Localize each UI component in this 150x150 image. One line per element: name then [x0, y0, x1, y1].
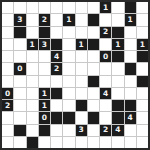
empty-cell-r10c5[interactable] [63, 125, 74, 136]
clue-cell-r2c8: 2 [100, 27, 111, 38]
clue-cell-r1c1: 3 [14, 14, 25, 25]
empty-cell-r1c9[interactable] [112, 14, 123, 25]
empty-cell-r5c11[interactable] [137, 63, 148, 74]
empty-cell-r10c2[interactable] [27, 125, 38, 136]
black-cell-r7c4 [51, 88, 62, 99]
empty-cell-r9c11[interactable] [137, 112, 148, 123]
black-cell-r8c6 [76, 100, 87, 111]
empty-cell-r4c3[interactable] [39, 51, 50, 62]
empty-cell-r9c6[interactable] [76, 112, 87, 123]
empty-cell-r2c6[interactable] [76, 27, 87, 38]
black-cell-r8c10 [125, 100, 136, 111]
clue-cell-r10c8: 2 [100, 125, 111, 136]
empty-cell-r9c0[interactable] [2, 112, 13, 123]
empty-cell-r9c8[interactable] [100, 112, 111, 123]
black-cell-r1c7 [88, 14, 99, 25]
clue-cell-r4c8: 0 [100, 51, 111, 62]
empty-cell-r0c1[interactable] [14, 2, 25, 13]
empty-cell-r8c5[interactable] [63, 100, 74, 111]
empty-cell-r5c0[interactable] [2, 63, 13, 74]
clue-cell-r5c1: 0 [14, 63, 25, 74]
empty-cell-r10c0[interactable] [2, 125, 13, 136]
empty-cell-r1c8[interactable] [100, 14, 111, 25]
black-cell-r3c4 [51, 39, 62, 50]
clue-cell-r7c0: 0 [2, 88, 13, 99]
empty-cell-r6c0[interactable] [2, 76, 13, 87]
empty-cell-r8c11[interactable] [137, 100, 148, 111]
empty-cell-r8c7[interactable] [88, 100, 99, 111]
empty-cell-r11c11[interactable] [137, 137, 148, 148]
black-cell-r10c1 [14, 125, 25, 136]
empty-cell-r9c1[interactable] [14, 112, 25, 123]
black-cell-r0c10 [125, 2, 136, 13]
clue-cell-r10c6: 3 [76, 125, 87, 136]
empty-cell-r11c4[interactable] [51, 137, 62, 148]
empty-cell-r10c4[interactable] [51, 125, 62, 136]
empty-cell-r4c7[interactable] [88, 51, 99, 62]
empty-cell-r9c2[interactable] [27, 112, 38, 123]
empty-cell-r6c10[interactable] [125, 76, 136, 87]
clue-cell-r7c3: 1 [39, 88, 50, 99]
empty-cell-r11c9[interactable] [112, 137, 123, 148]
empty-cell-r0c11[interactable] [137, 2, 148, 13]
clue-cell-r0c8: 1 [100, 2, 111, 13]
empty-cell-r5c7[interactable] [88, 63, 99, 74]
black-cell-r2c3 [39, 27, 50, 38]
empty-cell-r7c11[interactable] [137, 88, 148, 99]
empty-cell-r5c8[interactable] [100, 63, 111, 74]
black-cell-r9c7 [88, 112, 99, 123]
empty-cell-r6c5[interactable] [63, 76, 74, 87]
clue-cell-r3c6: 1 [76, 39, 87, 50]
clue-cell-r10c9: 4 [112, 125, 123, 136]
clue-cell-r1c3: 2 [39, 14, 50, 25]
empty-cell-r0c9[interactable] [112, 2, 123, 13]
empty-cell-r7c5[interactable] [63, 88, 74, 99]
empty-cell-r0c6[interactable] [76, 2, 87, 13]
empty-cell-r6c9[interactable] [112, 76, 123, 87]
empty-cell-r4c5[interactable] [63, 51, 74, 62]
empty-cell-r10c10[interactable] [125, 125, 136, 136]
empty-cell-r0c7[interactable] [88, 2, 99, 13]
empty-cell-r2c11[interactable] [137, 27, 148, 38]
empty-cell-r7c6[interactable] [76, 88, 87, 99]
empty-cell-r5c9[interactable] [112, 63, 123, 74]
empty-cell-r1c6[interactable] [76, 14, 87, 25]
empty-cell-r4c6[interactable] [76, 51, 87, 62]
empty-cell-r8c8[interactable] [100, 100, 111, 111]
empty-cell-r5c3[interactable] [39, 63, 50, 74]
clue-cell-r3c3: 3 [39, 39, 50, 50]
empty-cell-r6c1[interactable] [14, 76, 25, 87]
empty-cell-r7c9[interactable] [112, 88, 123, 99]
empty-cell-r5c6[interactable] [76, 63, 87, 74]
empty-cell-r7c1[interactable] [14, 88, 25, 99]
empty-cell-r0c0[interactable] [2, 2, 13, 13]
empty-cell-r11c7[interactable] [88, 137, 99, 148]
black-cell-r11c2 [27, 137, 38, 148]
clue-cell-r1c5: 1 [63, 14, 74, 25]
empty-cell-r2c4[interactable] [51, 27, 62, 38]
empty-cell-r5c5[interactable] [63, 63, 74, 74]
black-cell-r9c4 [51, 112, 62, 123]
empty-cell-r4c2[interactable] [27, 51, 38, 62]
clue-cell-r3c2: 1 [27, 39, 38, 50]
black-cell-r4c9 [112, 51, 123, 62]
empty-cell-r3c0[interactable] [2, 39, 13, 50]
black-cell-r6c7 [88, 76, 99, 87]
empty-cell-r3c10[interactable] [125, 39, 136, 50]
empty-cell-r6c2[interactable] [27, 76, 38, 87]
empty-cell-r1c11[interactable] [137, 14, 148, 25]
empty-cell-r5c2[interactable] [27, 63, 38, 74]
empty-cell-r2c7[interactable] [88, 27, 99, 38]
clue-cell-r4c4: 4 [51, 51, 62, 62]
empty-cell-r6c3[interactable] [39, 76, 50, 87]
empty-cell-r11c3[interactable] [39, 137, 50, 148]
empty-cell-r7c7[interactable] [88, 88, 99, 99]
empty-cell-r6c8[interactable] [100, 76, 111, 87]
empty-cell-r0c4[interactable] [51, 2, 62, 13]
black-cell-r9c5 [63, 112, 74, 123]
empty-cell-r11c0[interactable] [2, 137, 13, 148]
clue-cell-r9c3: 0 [39, 112, 50, 123]
empty-cell-r4c1[interactable] [14, 51, 25, 62]
empty-cell-r2c2[interactable] [27, 27, 38, 38]
black-cell-r3c7 [88, 39, 99, 50]
puzzle-board: 1321121311140020142104324 [0, 0, 150, 150]
empty-cell-r8c4[interactable] [51, 100, 62, 111]
empty-cell-r0c3[interactable] [39, 2, 50, 13]
black-cell-r2c9 [112, 27, 123, 38]
empty-cell-r3c1[interactable] [14, 39, 25, 50]
empty-cell-r2c5[interactable] [63, 27, 74, 38]
empty-cell-r11c6[interactable] [76, 137, 87, 148]
empty-cell-r11c5[interactable] [63, 137, 74, 148]
empty-cell-r10c11[interactable] [137, 125, 148, 136]
empty-cell-r4c10[interactable] [125, 51, 136, 62]
clue-cell-r8c0: 2 [2, 100, 13, 111]
empty-cell-r3c5[interactable] [63, 39, 74, 50]
empty-cell-r1c2[interactable] [27, 14, 38, 25]
empty-cell-r6c6[interactable] [76, 76, 87, 87]
clue-cell-r5c4: 2 [51, 63, 62, 74]
clue-cell-r7c8: 4 [100, 88, 111, 99]
black-cell-r5c10 [125, 63, 136, 74]
empty-cell-r8c2[interactable] [27, 100, 38, 111]
empty-cell-r4c0[interactable] [2, 51, 13, 62]
black-cell-r8c9 [112, 100, 123, 111]
empty-cell-r1c4[interactable] [51, 14, 62, 25]
clue-cell-r3c9: 1 [112, 39, 123, 50]
empty-cell-r3c8[interactable] [100, 39, 111, 50]
clue-cell-r9c10: 4 [125, 112, 136, 123]
empty-cell-r0c2[interactable] [27, 2, 38, 13]
empty-cell-r6c4[interactable] [51, 76, 62, 87]
black-cell-r9c9 [112, 112, 123, 123]
empty-cell-r11c8[interactable] [100, 137, 111, 148]
clue-cell-r3c11: 1 [137, 39, 148, 50]
empty-cell-r11c1[interactable] [14, 137, 25, 148]
clue-cell-r8c3: 1 [39, 100, 50, 111]
empty-cell-r8c1[interactable] [14, 100, 25, 111]
black-cell-r4c11 [137, 51, 148, 62]
empty-cell-r2c0[interactable] [2, 27, 13, 38]
black-cell-r6c11 [137, 76, 148, 87]
empty-cell-r10c7[interactable] [88, 125, 99, 136]
empty-cell-r7c10[interactable] [125, 88, 136, 99]
black-cell-r10c3 [39, 125, 50, 136]
empty-cell-r7c2[interactable] [27, 88, 38, 99]
empty-cell-r2c10[interactable] [125, 27, 136, 38]
black-cell-r2c1 [14, 27, 25, 38]
empty-cell-r0c5[interactable] [63, 2, 74, 13]
empty-cell-r1c0[interactable] [2, 14, 13, 25]
empty-cell-r11c10[interactable] [125, 137, 136, 148]
clue-cell-r1c10: 1 [125, 14, 136, 25]
